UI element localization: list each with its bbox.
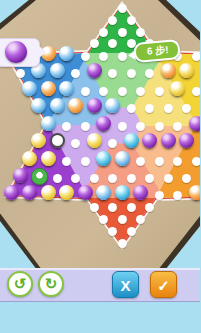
redo-button[interactable]: ↻	[38, 271, 64, 297]
board-hole[interactable]	[81, 52, 90, 61]
board-hole[interactable]	[90, 39, 99, 48]
marble-purple[interactable]	[87, 98, 102, 113]
board-hole[interactable]	[192, 87, 201, 96]
board-hole[interactable]	[118, 4, 127, 13]
board-hole[interactable]	[81, 122, 90, 131]
marble-blue[interactable]	[31, 98, 46, 113]
marble-purple[interactable]	[22, 185, 37, 200]
marble-blue[interactable]	[105, 98, 120, 113]
marble-yellow[interactable]	[170, 81, 185, 96]
board-hole[interactable]	[127, 69, 136, 78]
board-hole[interactable]	[62, 122, 71, 131]
board-hole[interactable]	[192, 157, 201, 166]
board-hole[interactable]	[90, 174, 99, 183]
board-hole[interactable]	[136, 122, 145, 131]
undo-button[interactable]: ↺	[7, 271, 33, 297]
board-hole[interactable]	[118, 122, 127, 131]
marble-purple[interactable]	[13, 168, 28, 183]
cancel-move-button[interactable]: X	[112, 271, 139, 298]
redo-arrow-icon: ↻	[45, 275, 58, 292]
marble-cyan[interactable]	[96, 151, 111, 166]
board-hole[interactable]	[173, 191, 182, 200]
marble-purple[interactable]	[161, 133, 176, 148]
board-hole[interactable]	[155, 157, 164, 166]
marble-blue[interactable]	[22, 81, 37, 96]
confirm-check-icon: ✓	[157, 277, 170, 294]
bottom-toolbar: ↺ ↻ X ✓	[0, 268, 200, 302]
marble-cyan[interactable]	[124, 133, 139, 148]
board-hole[interactable]	[155, 87, 164, 96]
marble-blue[interactable]	[50, 63, 65, 78]
board-hole[interactable]	[192, 52, 201, 61]
board-hole[interactable]	[127, 16, 136, 25]
board-hole[interactable]	[99, 215, 108, 224]
marble-orange[interactable]	[68, 98, 83, 113]
board-hole[interactable]	[118, 215, 127, 224]
board-hole[interactable]	[155, 122, 164, 131]
board-hole[interactable]	[173, 157, 182, 166]
marble-purple[interactable]	[142, 133, 157, 148]
marble-purple[interactable]	[189, 116, 201, 131]
marble-yellow[interactable]	[41, 185, 56, 200]
marble-blue[interactable]	[59, 46, 74, 61]
board-hole[interactable]	[118, 239, 127, 248]
marble-blue[interactable]	[50, 98, 65, 113]
current-player-tag	[0, 38, 40, 67]
board-hole[interactable]	[81, 87, 90, 96]
marble-orange[interactable]	[41, 81, 56, 96]
board-hole[interactable]	[173, 122, 182, 131]
board-hole[interactable]	[99, 87, 108, 96]
board-hole[interactable]	[155, 191, 164, 200]
board-hole[interactable]	[16, 69, 25, 78]
board-hole[interactable]	[127, 227, 136, 236]
marble-yellow[interactable]	[59, 185, 74, 200]
board-hole[interactable]	[99, 28, 108, 37]
marble-yellow[interactable]	[31, 133, 46, 148]
marble-purple[interactable]	[4, 185, 19, 200]
board-hole[interactable]	[118, 28, 127, 37]
marble-yellow[interactable]	[22, 151, 37, 166]
board-hole[interactable]	[53, 174, 62, 183]
marble-purple[interactable]	[96, 116, 111, 131]
marble-yellow[interactable]	[41, 151, 56, 166]
marble-purple[interactable]	[78, 185, 93, 200]
marble-purple[interactable]	[179, 133, 194, 148]
board-hole[interactable]	[62, 157, 71, 166]
marble-blue[interactable]	[115, 151, 130, 166]
marble-orange[interactable]	[161, 63, 176, 78]
marble-blue[interactable]	[59, 81, 74, 96]
marble-yellow[interactable]	[87, 133, 102, 148]
marble-purple[interactable]	[87, 63, 102, 78]
undo-arrow-icon: ↺	[14, 275, 27, 292]
confirm-move-button[interactable]: ✓	[150, 271, 177, 298]
board-hole[interactable]	[90, 203, 99, 212]
current-player-purple-marble-icon	[5, 41, 27, 63]
marble-orange[interactable]	[189, 185, 201, 200]
marble-white[interactable]	[50, 133, 65, 148]
board-hole[interactable]	[136, 157, 145, 166]
board-hole[interactable]	[81, 157, 90, 166]
board-hole[interactable]	[136, 28, 145, 37]
board-hole[interactable]	[127, 174, 136, 183]
board-hole[interactable]	[164, 104, 173, 113]
marble-blue[interactable]	[41, 116, 56, 131]
board-hole[interactable]	[164, 174, 173, 183]
board-hole[interactable]	[99, 52, 108, 61]
board-hole[interactable]	[127, 104, 136, 113]
board-hole[interactable]	[118, 87, 127, 96]
marble-purple[interactable]	[133, 185, 148, 200]
board-hole[interactable]	[136, 87, 145, 96]
marble-blue[interactable]	[96, 185, 111, 200]
steps-badge: 6 步!	[133, 39, 180, 63]
board-hole[interactable]	[136, 215, 145, 224]
board-hole[interactable]	[127, 203, 136, 212]
board-hole[interactable]	[118, 52, 127, 61]
cancel-x-icon: X	[120, 277, 130, 294]
move-hint-marker[interactable]	[31, 168, 48, 185]
marble-yellow[interactable]	[179, 63, 194, 78]
marble-cyan[interactable]	[115, 185, 130, 200]
